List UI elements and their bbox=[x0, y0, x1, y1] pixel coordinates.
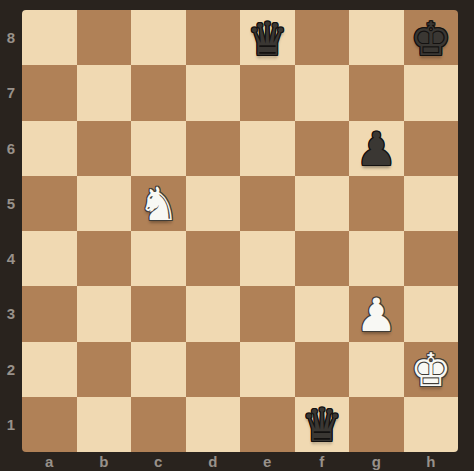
white-king-piece[interactable]: ♚ bbox=[404, 342, 459, 397]
square-h6[interactable] bbox=[404, 121, 459, 176]
square-b4[interactable] bbox=[77, 231, 132, 286]
file-label-a: a bbox=[22, 452, 77, 471]
square-h4[interactable] bbox=[404, 231, 459, 286]
rank-label-3: 3 bbox=[0, 286, 22, 341]
square-f5[interactable] bbox=[295, 176, 350, 231]
square-e2[interactable] bbox=[240, 342, 295, 397]
square-e8[interactable]: ♛ bbox=[240, 10, 295, 65]
rank-label-1: 1 bbox=[0, 397, 22, 452]
square-a8[interactable] bbox=[22, 10, 77, 65]
file-label-d: d bbox=[186, 452, 241, 471]
square-e1[interactable] bbox=[240, 397, 295, 452]
square-b8[interactable] bbox=[77, 10, 132, 65]
square-h8[interactable]: ♚ bbox=[404, 10, 459, 65]
square-e7[interactable] bbox=[240, 65, 295, 120]
square-f1[interactable]: ♛ bbox=[295, 397, 350, 452]
square-g5[interactable] bbox=[349, 176, 404, 231]
white-knight-piece[interactable]: ♞ bbox=[131, 176, 186, 231]
square-b1[interactable] bbox=[77, 397, 132, 452]
rank-label-7: 7 bbox=[0, 65, 22, 120]
file-label-f: f bbox=[295, 452, 350, 471]
square-g6[interactable]: ♟ bbox=[349, 121, 404, 176]
square-f3[interactable] bbox=[295, 286, 350, 341]
square-a3[interactable] bbox=[22, 286, 77, 341]
square-g8[interactable] bbox=[349, 10, 404, 65]
square-g1[interactable] bbox=[349, 397, 404, 452]
square-c2[interactable] bbox=[131, 342, 186, 397]
square-f4[interactable] bbox=[295, 231, 350, 286]
square-d6[interactable] bbox=[186, 121, 241, 176]
square-h2[interactable]: ♚ bbox=[404, 342, 459, 397]
file-labels: abcdefgh bbox=[22, 452, 458, 471]
rank-label-8: 8 bbox=[0, 10, 22, 65]
square-d1[interactable] bbox=[186, 397, 241, 452]
square-b7[interactable] bbox=[77, 65, 132, 120]
square-c3[interactable] bbox=[131, 286, 186, 341]
rank-labels: 87654321 bbox=[0, 10, 22, 452]
square-c5[interactable]: ♞ bbox=[131, 176, 186, 231]
square-h7[interactable] bbox=[404, 65, 459, 120]
square-e6[interactable] bbox=[240, 121, 295, 176]
black-king-piece[interactable]: ♚ bbox=[404, 10, 459, 65]
white-pawn-piece[interactable]: ♟ bbox=[349, 286, 404, 341]
square-d5[interactable] bbox=[186, 176, 241, 231]
square-e5[interactable] bbox=[240, 176, 295, 231]
file-label-c: c bbox=[131, 452, 186, 471]
square-d2[interactable] bbox=[186, 342, 241, 397]
square-h1[interactable] bbox=[404, 397, 459, 452]
square-a4[interactable] bbox=[22, 231, 77, 286]
square-a2[interactable] bbox=[22, 342, 77, 397]
square-b2[interactable] bbox=[77, 342, 132, 397]
square-f8[interactable] bbox=[295, 10, 350, 65]
square-b3[interactable] bbox=[77, 286, 132, 341]
file-label-b: b bbox=[77, 452, 132, 471]
square-d8[interactable] bbox=[186, 10, 241, 65]
square-a7[interactable] bbox=[22, 65, 77, 120]
square-e3[interactable] bbox=[240, 286, 295, 341]
square-d3[interactable] bbox=[186, 286, 241, 341]
square-g4[interactable] bbox=[349, 231, 404, 286]
rank-label-2: 2 bbox=[0, 342, 22, 397]
chess-board: ♛♚♟♞♟♚♛ bbox=[22, 10, 458, 452]
square-a5[interactable] bbox=[22, 176, 77, 231]
chess-app: 87654321 ♛♚♟♞♟♚♛ abcdefgh bbox=[0, 0, 474, 471]
square-h5[interactable] bbox=[404, 176, 459, 231]
square-g7[interactable] bbox=[349, 65, 404, 120]
file-label-g: g bbox=[349, 452, 404, 471]
black-pawn-piece[interactable]: ♟ bbox=[349, 121, 404, 176]
black-queen-piece[interactable]: ♛ bbox=[295, 397, 350, 452]
square-h3[interactable] bbox=[404, 286, 459, 341]
square-f6[interactable] bbox=[295, 121, 350, 176]
square-f7[interactable] bbox=[295, 65, 350, 120]
square-b5[interactable] bbox=[77, 176, 132, 231]
square-c7[interactable] bbox=[131, 65, 186, 120]
rank-label-4: 4 bbox=[0, 231, 22, 286]
square-c6[interactable] bbox=[131, 121, 186, 176]
black-queen-piece[interactable]: ♛ bbox=[240, 10, 295, 65]
square-c8[interactable] bbox=[131, 10, 186, 65]
rank-label-6: 6 bbox=[0, 121, 22, 176]
square-d7[interactable] bbox=[186, 65, 241, 120]
square-c1[interactable] bbox=[131, 397, 186, 452]
file-label-e: e bbox=[240, 452, 295, 471]
square-a6[interactable] bbox=[22, 121, 77, 176]
square-b6[interactable] bbox=[77, 121, 132, 176]
square-e4[interactable] bbox=[240, 231, 295, 286]
file-label-h: h bbox=[404, 452, 459, 471]
square-g2[interactable] bbox=[349, 342, 404, 397]
square-g3[interactable]: ♟ bbox=[349, 286, 404, 341]
square-a1[interactable] bbox=[22, 397, 77, 452]
square-d4[interactable] bbox=[186, 231, 241, 286]
square-c4[interactable] bbox=[131, 231, 186, 286]
rank-label-5: 5 bbox=[0, 176, 22, 231]
square-f2[interactable] bbox=[295, 342, 350, 397]
